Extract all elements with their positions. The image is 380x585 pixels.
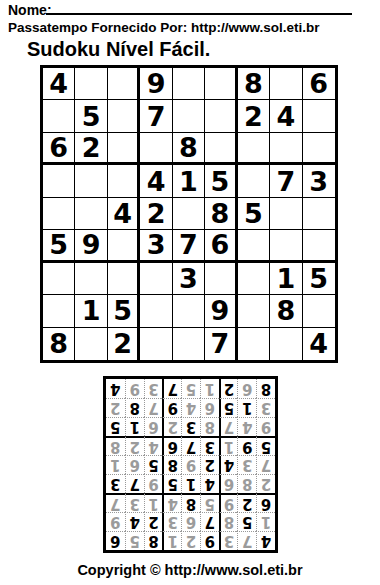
puzzle-cell-r1c5 [173,68,205,100]
puzzle-cell-r1c8 [270,68,302,100]
puzzle-cell-r6c8 [270,230,302,262]
solution-cell-r6c7: 4 [144,436,163,455]
solution-cell-r6c1: 5 [256,436,275,455]
puzzle-cell-r1c6 [205,68,237,100]
puzzle-cell-r6c5: 7 [173,230,205,262]
solution-cell-r1c1: 4 [256,531,275,550]
solution-cell-r5c1: 7 [256,455,275,474]
solution-cell-r6c6: 6 [162,436,181,455]
solution-grid: 4739218561587632496295841372864159737342… [103,376,278,553]
provider-line: Passatempo Fornecido Por: http://www.sol… [8,20,320,35]
solution-cell-r9c1: 8 [256,379,275,398]
puzzle-cell-r6c4: 3 [140,230,172,262]
solution-cell-r4c5: 1 [181,474,200,493]
solution-cell-r2c8: 4 [125,512,144,531]
puzzle-cell-r9c9: 4 [303,328,335,360]
puzzle-cell-r7c5: 3 [173,263,205,295]
puzzle-cell-r8c9 [303,295,335,327]
puzzle-cell-r8c8: 8 [270,295,302,327]
puzzle-cell-r8c5 [173,295,205,327]
puzzle-cell-r5c5 [173,198,205,230]
puzzle-cell-r1c2 [75,68,107,100]
puzzle-cell-r9c7 [238,328,270,360]
puzzle-cell-r7c8: 1 [270,263,302,295]
puzzle-cell-r6c2: 9 [75,230,107,262]
puzzle-cell-r4c8: 7 [270,165,302,197]
solution-cell-r9c2: 6 [237,379,256,398]
solution-cell-r5c7: 5 [144,455,163,474]
solution-cell-r1c7: 8 [144,531,163,550]
solution-cell-r3c7: 1 [144,493,163,512]
puzzle-cell-r3c3 [108,133,140,165]
solution-cell-r4c4: 4 [200,474,219,493]
solution-cell-r1c4: 9 [200,531,219,550]
puzzle-cell-r7c4 [140,263,172,295]
puzzle-cell-r9c3: 2 [108,328,140,360]
solution-cell-r2c1: 1 [256,512,275,531]
solution-cell-r8c9: 2 [106,398,125,417]
solution-cell-r6c5: 7 [181,436,200,455]
puzzle-cell-r2c3 [108,100,140,132]
puzzle-cell-r1c7: 8 [238,68,270,100]
puzzle-cell-r4c1 [43,165,75,197]
solution-cell-r7c8: 1 [125,417,144,436]
solution-cell-r8c2: 1 [237,398,256,417]
solution-cell-r8c7: 7 [144,398,163,417]
puzzle-cell-r8c6: 9 [205,295,237,327]
puzzle-cell-r6c7 [238,230,270,262]
solution-cell-r5c8: 6 [125,455,144,474]
solution-cell-r7c1: 9 [256,417,275,436]
solution-cell-r3c6: 4 [162,493,181,512]
solution-cell-r5c2: 3 [237,455,256,474]
solution-cell-r4c1: 2 [256,474,275,493]
solution-cell-r9c4: 1 [200,379,219,398]
solution-cell-r8c5: 4 [181,398,200,417]
puzzle-cell-r5c4: 2 [140,198,172,230]
puzzle-cell-r2c9 [303,100,335,132]
puzzle-cell-r1c4: 9 [140,68,172,100]
puzzle-cell-r6c1: 5 [43,230,75,262]
puzzle-cell-r8c1 [43,295,75,327]
puzzle-cell-r3c5: 8 [173,133,205,165]
name-label: Nome: [8,2,52,18]
solution-cell-r4c2: 8 [237,474,256,493]
puzzle-cell-r4c2 [75,165,107,197]
solution-cell-r7c9: 5 [106,417,125,436]
solution-cell-r6c8: 2 [125,436,144,455]
solution-cell-r3c9: 7 [106,493,125,512]
puzzle-cell-r4c6: 5 [205,165,237,197]
solution-cell-r6c3: 1 [219,436,238,455]
puzzle-cell-r3c2: 2 [75,133,107,165]
puzzle-cell-r9c4 [140,328,172,360]
solution-cell-r1c5: 2 [181,531,200,550]
page-title: Sudoku Nível Fácil. [27,38,210,61]
puzzle-cell-r2c5 [173,100,205,132]
solution-cell-r2c5: 6 [181,512,200,531]
solution-cell-r2c3: 8 [219,512,238,531]
solution-cell-r6c2: 9 [237,436,256,455]
puzzle-cell-r4c7 [238,165,270,197]
solution-cell-r7c3: 7 [219,417,238,436]
solution-cell-r2c4: 7 [200,512,219,531]
puzzle-cell-r3c1: 6 [43,133,75,165]
solution-cell-r9c6: 7 [162,379,181,398]
solution-cell-r1c8: 5 [125,531,144,550]
solution-cell-r4c7: 9 [144,474,163,493]
solution-cell-r5c5: 9 [181,455,200,474]
puzzle-cell-r7c6 [205,263,237,295]
puzzle-cell-r5c6: 8 [205,198,237,230]
puzzle-cell-r9c2 [75,328,107,360]
solution-cell-r7c6: 2 [162,417,181,436]
puzzle-cell-r2c8: 4 [270,100,302,132]
puzzle-cell-r1c1: 4 [43,68,75,100]
puzzle-cell-r5c2 [75,198,107,230]
puzzle-cell-r8c2: 1 [75,295,107,327]
solution-cell-r3c1: 6 [256,493,275,512]
puzzle-cell-r4c5: 1 [173,165,205,197]
solution-cell-r3c8: 3 [125,493,144,512]
puzzle-cell-r2c7: 2 [238,100,270,132]
sudoku-page: Nome: Passatempo Fornecido Por: http://w… [0,0,380,585]
solution-cell-r3c4: 5 [200,493,219,512]
solution-cell-r2c9: 9 [106,512,125,531]
solution-cell-r1c6: 1 [162,531,181,550]
puzzle-cell-r5c3: 4 [108,198,140,230]
solution-cell-r8c1: 3 [256,398,275,417]
puzzle-cell-r2c4: 7 [140,100,172,132]
puzzle-cell-r3c7 [238,133,270,165]
solution-cell-r7c5: 3 [181,417,200,436]
solution-cell-r6c9: 8 [106,436,125,455]
puzzle-cell-r5c1 [43,198,75,230]
solution-cell-r8c8: 8 [125,398,144,417]
puzzle-cell-r1c9: 6 [303,68,335,100]
solution-cell-r5c9: 1 [106,455,125,474]
solution-cell-r2c7: 2 [144,512,163,531]
puzzle-cell-r5c7: 5 [238,198,270,230]
solution-cell-r5c3: 4 [219,455,238,474]
solution-cell-r4c9: 3 [106,474,125,493]
solution-cell-r4c6: 5 [162,474,181,493]
puzzle-cell-r3c8 [270,133,302,165]
puzzle-cell-r7c7 [238,263,270,295]
puzzle-cell-r8c7 [238,295,270,327]
solution-cell-r8c6: 9 [162,398,181,417]
solution-cell-r2c2: 5 [237,512,256,531]
solution-cell-r9c7: 3 [144,379,163,398]
puzzle-cell-r9c8 [270,328,302,360]
solution-cell-r7c2: 4 [237,417,256,436]
puzzle-cell-r5c9 [303,198,335,230]
puzzle-cell-r9c5 [173,328,205,360]
puzzle-cell-r6c6: 6 [205,230,237,262]
solution-cell-r5c4: 2 [200,455,219,474]
puzzle-cell-r8c4 [140,295,172,327]
solution-cell-r9c9: 4 [106,379,125,398]
solution-cell-r4c8: 7 [125,474,144,493]
puzzle-cell-r1c3 [108,68,140,100]
puzzle-cell-r9c6: 7 [205,328,237,360]
puzzle-cell-r2c1 [43,100,75,132]
puzzle-cell-r2c2: 5 [75,100,107,132]
solution-cell-r1c3: 3 [219,531,238,550]
puzzle-grid: 498657246284157342855937631515988274 [40,65,338,363]
puzzle-cell-r8c3: 5 [108,295,140,327]
solution-cell-r9c5: 5 [181,379,200,398]
solution-cell-r3c2: 2 [237,493,256,512]
puzzle-cell-r6c3 [108,230,140,262]
solution-cell-r9c8: 9 [125,379,144,398]
solution-cell-r9c3: 2 [219,379,238,398]
solution-cell-r7c4: 8 [200,417,219,436]
solution-cell-r8c3: 5 [219,398,238,417]
solution-cell-r1c2: 7 [237,531,256,550]
solution-cell-r7c7: 6 [144,417,163,436]
puzzle-cell-r3c4 [140,133,172,165]
solution-cell-r2c6: 3 [162,512,181,531]
puzzle-cell-r4c3 [108,165,140,197]
copyright-line: Copyright © http://www.sol.eti.br [0,562,380,578]
puzzle-cell-r9c1: 8 [43,328,75,360]
solution-cell-r4c3: 6 [219,474,238,493]
name-underline [46,13,352,15]
puzzle-cell-r7c3 [108,263,140,295]
puzzle-cell-r5c8 [270,198,302,230]
puzzle-cell-r4c9: 3 [303,165,335,197]
solution-cell-r5c6: 8 [162,455,181,474]
puzzle-cell-r3c9 [303,133,335,165]
solution-cell-r8c4: 6 [200,398,219,417]
puzzle-cell-r3c6 [205,133,237,165]
solution-cell-r6c4: 3 [200,436,219,455]
solution-cell-r3c5: 8 [181,493,200,512]
puzzle-cell-r2c6 [205,100,237,132]
solution-cell-r3c3: 9 [219,493,238,512]
puzzle-cell-r4c4: 4 [140,165,172,197]
solution-cell-r1c9: 6 [106,531,125,550]
puzzle-cell-r6c9 [303,230,335,262]
puzzle-cell-r7c9: 5 [303,263,335,295]
puzzle-cell-r7c1 [43,263,75,295]
puzzle-cell-r7c2 [75,263,107,295]
